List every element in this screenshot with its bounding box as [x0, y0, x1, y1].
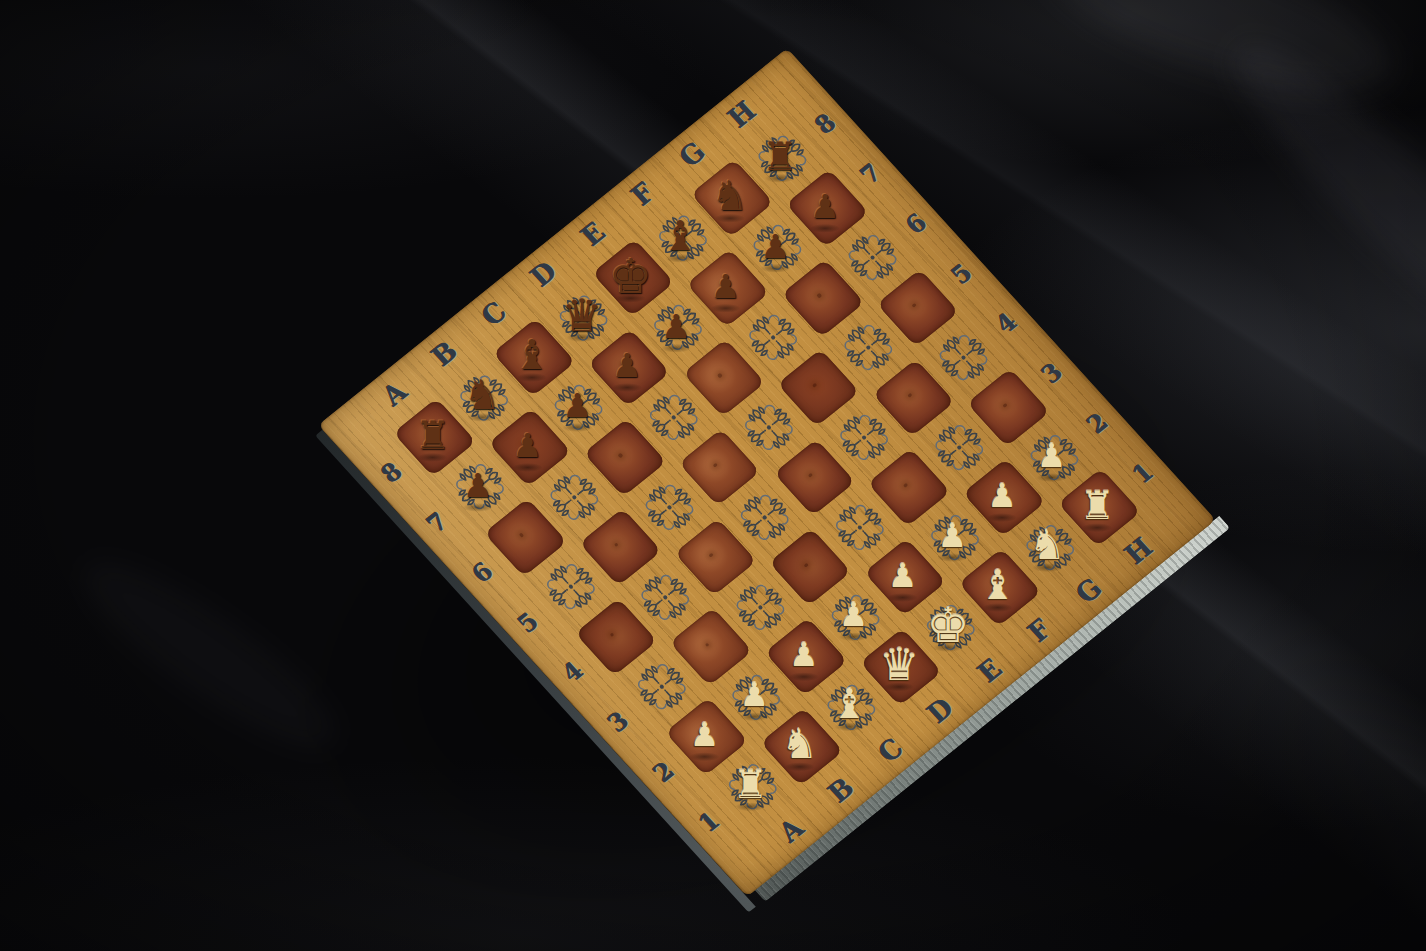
- piece-black-king-e8[interactable]: ♚: [606, 247, 656, 303]
- piece-white-queen-d1[interactable]: ♛: [874, 637, 924, 693]
- piece-black-bishop-f8[interactable]: ♝: [655, 207, 705, 263]
- piece-white-pawn-g2[interactable]: ♟: [977, 467, 1027, 523]
- piece-white-knight-g1[interactable]: ♞: [1023, 517, 1073, 573]
- piece-black-queen-d8[interactable]: ♛: [556, 287, 606, 343]
- piece-white-bishop-f1[interactable]: ♝: [973, 557, 1023, 613]
- piece-black-pawn-f7[interactable]: ♟: [701, 257, 751, 313]
- piece-black-pawn-c7[interactable]: ♟: [552, 377, 602, 433]
- piece-white-pawn-c2[interactable]: ♟: [779, 627, 829, 683]
- piece-white-pawn-a2[interactable]: ♟: [680, 706, 730, 762]
- piece-white-pawn-f2[interactable]: ♟: [928, 507, 978, 563]
- piece-black-pawn-g7[interactable]: ♟: [750, 218, 800, 274]
- piece-white-rook-a1[interactable]: ♜: [725, 756, 775, 812]
- piece-white-bishop-c1[interactable]: ♝: [824, 677, 874, 733]
- piece-black-pawn-d7[interactable]: ♟: [602, 337, 652, 393]
- piece-white-pawn-h2[interactable]: ♟: [1027, 427, 1077, 483]
- piece-white-pawn-d2[interactable]: ♟: [828, 587, 878, 643]
- piece-white-pawn-e2[interactable]: ♟: [878, 547, 928, 603]
- piece-black-rook-a8[interactable]: ♜: [407, 407, 457, 463]
- piece-black-knight-b8[interactable]: ♞: [457, 367, 507, 423]
- piece-black-pawn-a7[interactable]: ♟: [453, 457, 503, 513]
- piece-black-rook-h8[interactable]: ♜: [755, 128, 805, 184]
- piece-white-rook-h1[interactable]: ♜: [1072, 477, 1122, 533]
- piece-black-knight-g8[interactable]: ♞: [705, 168, 755, 224]
- piece-black-pawn-b7[interactable]: ♟: [502, 417, 552, 473]
- piece-white-pawn-b2[interactable]: ♟: [729, 667, 779, 723]
- photo-stage: ♜: [0, 0, 1426, 951]
- piece-black-pawn-e7[interactable]: ♟: [651, 297, 701, 353]
- piece-white-king-e1[interactable]: ♚: [923, 597, 973, 653]
- piece-black-bishop-c8[interactable]: ♝: [507, 327, 557, 383]
- piece-white-knight-b1[interactable]: ♞: [775, 716, 825, 772]
- piece-black-pawn-h7[interactable]: ♟: [800, 178, 850, 234]
